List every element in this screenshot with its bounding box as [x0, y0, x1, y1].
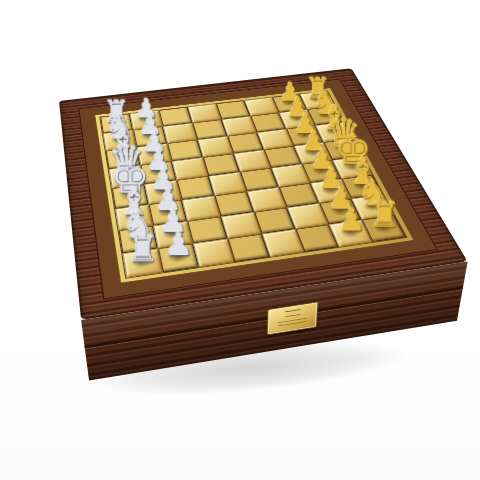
chess-board-grid: ♜♟♟♜♞♟♟♞♝♟♟♝♛♟♟♛♚♟♟♚♝♟♟♝♞♟♟♞♜♟♟♜ — [100, 91, 406, 278]
board-cell[interactable] — [234, 150, 272, 172]
brass-clasp[interactable] — [267, 301, 319, 335]
board-cell[interactable]: ♟ — [329, 220, 373, 247]
board-cell[interactable] — [215, 191, 255, 216]
chess-piece-silver-rook[interactable]: ♜ — [118, 207, 168, 266]
scene: ♜♟♟♜♞♟♟♞♝♟♟♝♛♟♟♛♚♟♟♚♝♟♟♝♞♟♟♞♜♟♟♜ — [0, 0, 480, 480]
chess-piece-gold-pawn[interactable]: ♟ — [328, 179, 376, 236]
background: ♜♟♟♜♞♟♟♞♝♟♟♝♛♟♟♛♚♟♟♚♝♟♟♝♞♟♟♞♜♟♟♜ — [0, 0, 480, 480]
clasp-engraving — [278, 318, 307, 323]
brass-field: ♜♟♟♜♞♟♟♞♝♟♟♝♛♟♟♛♚♟♟♚♝♟♟♝♞♟♟♞♜♟♟♜ — [94, 88, 414, 284]
clasp-engraving — [278, 321, 307, 326]
burl-border: ♜♟♟♜♞♟♟♞♝♟♟♝♛♟♟♛♚♟♟♚♝♟♟♝♞♟♟♞♜♟♟♜ — [78, 79, 437, 299]
board-cell[interactable] — [228, 234, 270, 262]
board-cell[interactable]: ♜ — [122, 248, 163, 277]
clasp-emblem — [285, 309, 301, 317]
